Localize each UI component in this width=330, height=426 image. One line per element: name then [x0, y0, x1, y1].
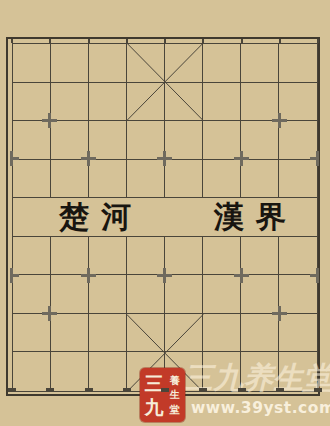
board-cell: [51, 44, 89, 83]
soldier-point-marker: [81, 268, 96, 283]
seal-char: 生: [169, 390, 179, 400]
soldier-point-marker: [310, 151, 325, 166]
file-line-foot: [46, 388, 54, 392]
file-line-tick: [49, 39, 51, 43]
seal-sub-characters: 養 生 堂: [166, 371, 183, 419]
river-label-chu-he: 楚河: [59, 200, 143, 234]
file-line-tick: [317, 39, 319, 43]
board-cell: [51, 352, 89, 391]
soldier-point-marker: [4, 151, 19, 166]
cannon-point-marker: [42, 113, 57, 128]
board-cell: [165, 44, 203, 83]
file-line-tick: [11, 39, 13, 43]
cannon-point-marker: [272, 113, 287, 128]
board-cell: [203, 83, 241, 122]
file-line-tick: [126, 39, 128, 43]
file-line-foot: [238, 388, 246, 392]
board-cell: [203, 44, 241, 83]
soldier-point-marker: [234, 268, 249, 283]
board-cell: [13, 352, 51, 391]
cannon-point-marker: [42, 306, 57, 321]
board-cell: [13, 198, 51, 237]
river-label-han-jie: 漢界: [214, 200, 298, 234]
file-line-foot: [161, 388, 169, 392]
seal-char: 養: [169, 376, 179, 386]
file-line-tick: [241, 39, 243, 43]
soldier-point-marker: [157, 268, 172, 283]
file-line-tick: [164, 39, 166, 43]
board-cell: [89, 314, 127, 353]
soldier-point-marker: [157, 151, 172, 166]
file-line-foot: [276, 388, 284, 392]
watermark-url-text: www.39yst.com: [191, 399, 330, 417]
seal-char: 堂: [169, 405, 179, 415]
soldier-point-marker: [81, 151, 96, 166]
soldier-point-marker: [4, 268, 19, 283]
board-cell: [89, 352, 127, 391]
file-line-tick: [88, 39, 90, 43]
seal-main-characters: 三 九: [142, 371, 166, 419]
cannon-point-marker: [272, 306, 287, 321]
file-line-foot: [314, 388, 322, 392]
board-cell: [165, 314, 203, 353]
watermark-brand-text: 三九养生堂: [183, 355, 330, 400]
board-cell: [13, 44, 51, 83]
board-cell: [127, 314, 165, 353]
board-cell: [241, 44, 279, 83]
board-cell: [203, 314, 241, 353]
board-cell: [165, 83, 203, 122]
file-line-foot: [199, 388, 207, 392]
file-line-foot: [8, 388, 16, 392]
seal-char: 九: [144, 398, 163, 417]
board-cell: [165, 198, 203, 237]
seal-stamp: 三 九 養 生 堂: [140, 368, 185, 422]
xiangqi-board-image: 楚河 漢界 三九养生堂 www.39yst.com 三 九 養 生 堂: [0, 0, 330, 426]
board-cell: [89, 83, 127, 122]
file-line-tick: [279, 39, 281, 43]
board-cell: [279, 44, 317, 83]
file-line-foot: [123, 388, 131, 392]
board-cell: [127, 44, 165, 83]
board-cell: [127, 83, 165, 122]
soldier-point-marker: [234, 151, 249, 166]
file-line-tick: [202, 39, 204, 43]
board-cell: [89, 44, 127, 83]
soldier-point-marker: [310, 268, 325, 283]
file-line-foot: [85, 388, 93, 392]
